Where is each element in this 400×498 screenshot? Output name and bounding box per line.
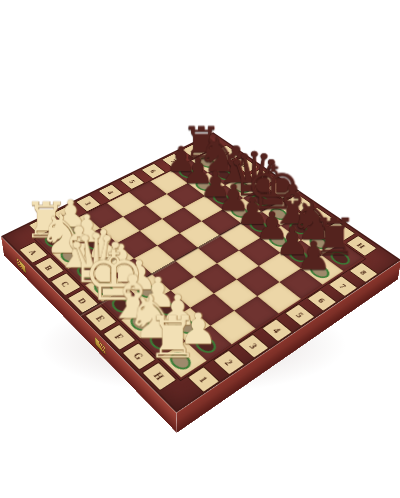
piece-white-rook-h1: ♜ (146, 309, 198, 367)
piece-black-pawn-h7: ♟ (295, 236, 330, 275)
brass-clasp-left (16, 257, 26, 274)
photo-stage: AA88BB77CC66DD55EE44FF33GG22HH11♜♞♝♛♚♝♞♜… (0, 0, 400, 498)
